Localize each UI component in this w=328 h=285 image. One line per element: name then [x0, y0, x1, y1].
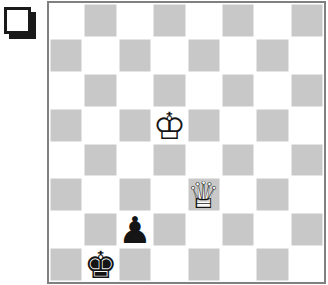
square-g7[interactable]: [255, 38, 289, 73]
square-d4[interactable]: [152, 143, 186, 178]
square-b5[interactable]: [83, 108, 117, 143]
square-f5[interactable]: [221, 108, 255, 143]
square-c8[interactable]: [118, 3, 152, 38]
square-e6[interactable]: [187, 73, 221, 108]
black-king-glyph: ♚: [83, 248, 117, 283]
square-a2[interactable]: [49, 212, 83, 247]
piece-black-pawn[interactable]: ♟: [118, 212, 152, 247]
square-h7[interactable]: [290, 38, 324, 73]
square-b1[interactable]: ♚: [83, 247, 117, 282]
square-g3[interactable]: [255, 177, 289, 212]
square-g5[interactable]: [255, 108, 289, 143]
square-d5[interactable]: ♚♔: [152, 108, 186, 143]
square-e3[interactable]: ♛♕: [187, 177, 221, 212]
square-c7[interactable]: [118, 38, 152, 73]
piece-white-queen[interactable]: ♛♕: [187, 177, 221, 212]
square-h6[interactable]: [290, 73, 324, 108]
square-d2[interactable]: [152, 212, 186, 247]
square-d6[interactable]: [152, 73, 186, 108]
piece-black-king[interactable]: ♚: [83, 247, 117, 282]
square-b2[interactable]: [83, 212, 117, 247]
square-a1[interactable]: [49, 247, 83, 282]
square-d3[interactable]: [152, 177, 186, 212]
white-to-move-indicator: [4, 7, 31, 34]
square-e8[interactable]: [187, 3, 221, 38]
square-g6[interactable]: [255, 73, 289, 108]
square-c5[interactable]: [118, 108, 152, 143]
square-b6[interactable]: [83, 73, 117, 108]
square-e5[interactable]: [187, 108, 221, 143]
square-b7[interactable]: [83, 38, 117, 73]
square-a6[interactable]: [49, 73, 83, 108]
white-king-glyph: ♔: [152, 109, 186, 144]
square-c3[interactable]: [118, 177, 152, 212]
square-g8[interactable]: [255, 3, 289, 38]
square-f1[interactable]: [221, 247, 255, 282]
square-e7[interactable]: [187, 38, 221, 73]
square-e1[interactable]: [187, 247, 221, 282]
square-g2[interactable]: [255, 212, 289, 247]
square-b3[interactable]: [83, 177, 117, 212]
white-queen-glyph: ♕: [187, 178, 221, 213]
square-d8[interactable]: [152, 3, 186, 38]
square-a7[interactable]: [49, 38, 83, 73]
square-a4[interactable]: [49, 143, 83, 178]
square-b8[interactable]: [83, 3, 117, 38]
square-h3[interactable]: [290, 177, 324, 212]
square-a3[interactable]: [49, 177, 83, 212]
square-e4[interactable]: [187, 143, 221, 178]
square-f6[interactable]: [221, 73, 255, 108]
square-c6[interactable]: [118, 73, 152, 108]
square-a8[interactable]: [49, 3, 83, 38]
black-pawn-glyph: ♟: [118, 213, 152, 248]
square-h2[interactable]: [290, 212, 324, 247]
square-f4[interactable]: [221, 143, 255, 178]
square-f7[interactable]: [221, 38, 255, 73]
square-d7[interactable]: [152, 38, 186, 73]
chess-board: ♚♔♛♕♟♚: [47, 1, 326, 284]
square-c4[interactable]: [118, 143, 152, 178]
square-h1[interactable]: [290, 247, 324, 282]
square-c1[interactable]: [118, 247, 152, 282]
square-h8[interactable]: [290, 3, 324, 38]
square-f3[interactable]: [221, 177, 255, 212]
square-f8[interactable]: [221, 3, 255, 38]
square-d1[interactable]: [152, 247, 186, 282]
square-g1[interactable]: [255, 247, 289, 282]
square-f2[interactable]: [221, 212, 255, 247]
square-e2[interactable]: [187, 212, 221, 247]
square-b4[interactable]: [83, 143, 117, 178]
square-h5[interactable]: [290, 108, 324, 143]
square-c2[interactable]: ♟: [118, 212, 152, 247]
square-h4[interactable]: [290, 143, 324, 178]
square-g4[interactable]: [255, 143, 289, 178]
square-a5[interactable]: [49, 108, 83, 143]
piece-white-king[interactable]: ♚♔: [152, 108, 186, 143]
chess-diagram-page: ♚♔♛♕♟♚: [0, 0, 328, 285]
